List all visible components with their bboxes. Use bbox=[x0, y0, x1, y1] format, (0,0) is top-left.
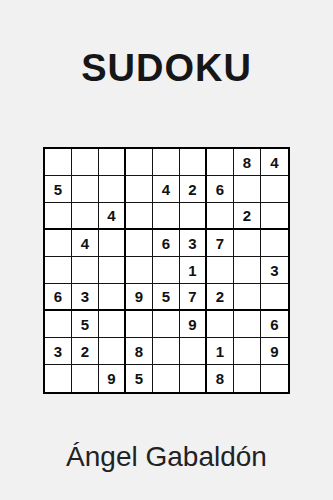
sudoku-cell-r9c8 bbox=[234, 365, 261, 392]
sudoku-cell-r4c6: 3 bbox=[180, 230, 207, 257]
sudoku-cell-r4c8 bbox=[234, 230, 261, 257]
sudoku-cell-r4c5: 6 bbox=[153, 230, 180, 257]
sudoku-cell-r8c3 bbox=[99, 338, 126, 365]
board-container: 8454264246371363957259632819958 bbox=[0, 147, 333, 394]
sudoku-cell-r8c8 bbox=[234, 338, 261, 365]
sudoku-cell-r5c8 bbox=[234, 257, 261, 284]
sudoku-cell-r8c7: 1 bbox=[207, 338, 234, 365]
sudoku-cell-r7c8 bbox=[234, 311, 261, 338]
sudoku-cell-r3c3: 4 bbox=[99, 203, 126, 230]
sudoku-cell-r2c6: 2 bbox=[180, 176, 207, 203]
sudoku-cell-r6c7: 2 bbox=[207, 284, 234, 311]
sudoku-cell-r9c2 bbox=[72, 365, 99, 392]
sudoku-cell-r7c9: 6 bbox=[261, 311, 288, 338]
sudoku-cell-r5c5 bbox=[153, 257, 180, 284]
sudoku-cell-r9c5 bbox=[153, 365, 180, 392]
sudoku-cell-r4c7: 7 bbox=[207, 230, 234, 257]
sudoku-cell-r9c9 bbox=[261, 365, 288, 392]
sudoku-cell-r9c7: 8 bbox=[207, 365, 234, 392]
sudoku-cell-r2c1: 5 bbox=[45, 176, 72, 203]
sudoku-cell-r5c1 bbox=[45, 257, 72, 284]
sudoku-cell-r2c3 bbox=[99, 176, 126, 203]
sudoku-cell-r2c4 bbox=[126, 176, 153, 203]
sudoku-cell-r6c3 bbox=[99, 284, 126, 311]
sudoku-cell-r3c7 bbox=[207, 203, 234, 230]
sudoku-cell-r7c4 bbox=[126, 311, 153, 338]
sudoku-cell-r9c3: 9 bbox=[99, 365, 126, 392]
sudoku-cell-r3c8: 2 bbox=[234, 203, 261, 230]
sudoku-cell-r5c7 bbox=[207, 257, 234, 284]
sudoku-cell-r4c2: 4 bbox=[72, 230, 99, 257]
sudoku-cell-r9c6 bbox=[180, 365, 207, 392]
sudoku-cell-r1c9: 4 bbox=[261, 149, 288, 176]
sudoku-cell-r6c2: 3 bbox=[72, 284, 99, 311]
sudoku-cell-r2c7: 6 bbox=[207, 176, 234, 203]
sudoku-cell-r1c7 bbox=[207, 149, 234, 176]
sudoku-cell-r3c4 bbox=[126, 203, 153, 230]
sudoku-cell-r6c9 bbox=[261, 284, 288, 311]
sudoku-cell-r9c4: 5 bbox=[126, 365, 153, 392]
sudoku-cell-r7c5 bbox=[153, 311, 180, 338]
sudoku-cell-r9c1 bbox=[45, 365, 72, 392]
sudoku-cell-r8c9: 9 bbox=[261, 338, 288, 365]
sudoku-board: 8454264246371363957259632819958 bbox=[43, 147, 290, 394]
sudoku-cell-r6c4: 9 bbox=[126, 284, 153, 311]
sudoku-cell-r8c1: 3 bbox=[45, 338, 72, 365]
sudoku-cell-r1c5 bbox=[153, 149, 180, 176]
sudoku-cell-r8c5 bbox=[153, 338, 180, 365]
sudoku-cell-r7c6: 9 bbox=[180, 311, 207, 338]
sudoku-cell-r2c9 bbox=[261, 176, 288, 203]
sudoku-cell-r4c3 bbox=[99, 230, 126, 257]
sudoku-cell-r3c5 bbox=[153, 203, 180, 230]
sudoku-cell-r7c2: 5 bbox=[72, 311, 99, 338]
sudoku-cell-r3c1 bbox=[45, 203, 72, 230]
sudoku-cell-r2c8 bbox=[234, 176, 261, 203]
sudoku-cell-r1c1 bbox=[45, 149, 72, 176]
sudoku-cell-r1c6 bbox=[180, 149, 207, 176]
sudoku-cell-r6c8 bbox=[234, 284, 261, 311]
sudoku-cell-r5c6: 1 bbox=[180, 257, 207, 284]
sudoku-cell-r3c9 bbox=[261, 203, 288, 230]
sudoku-cell-r2c5: 4 bbox=[153, 176, 180, 203]
sudoku-cell-r3c2 bbox=[72, 203, 99, 230]
sudoku-cell-r8c4: 8 bbox=[126, 338, 153, 365]
sudoku-cell-r7c1 bbox=[45, 311, 72, 338]
book-cover: SUDOKU 8454264246371363957259632819958 Á… bbox=[0, 0, 333, 500]
sudoku-cell-r3c6 bbox=[180, 203, 207, 230]
sudoku-cell-r5c3 bbox=[99, 257, 126, 284]
sudoku-cell-r1c3 bbox=[99, 149, 126, 176]
sudoku-cell-r8c6 bbox=[180, 338, 207, 365]
sudoku-cell-r5c2 bbox=[72, 257, 99, 284]
sudoku-cell-r4c9 bbox=[261, 230, 288, 257]
sudoku-cell-r6c6: 7 bbox=[180, 284, 207, 311]
author-name: Ángel Gabaldón bbox=[0, 394, 333, 473]
sudoku-cell-r7c7 bbox=[207, 311, 234, 338]
sudoku-cell-r1c4 bbox=[126, 149, 153, 176]
sudoku-cell-r7c3 bbox=[99, 311, 126, 338]
sudoku-cell-r6c1: 6 bbox=[45, 284, 72, 311]
sudoku-cell-r2c2 bbox=[72, 176, 99, 203]
sudoku-cell-r5c9: 3 bbox=[261, 257, 288, 284]
sudoku-cell-r1c8: 8 bbox=[234, 149, 261, 176]
sudoku-cell-r8c2: 2 bbox=[72, 338, 99, 365]
sudoku-cell-r4c1 bbox=[45, 230, 72, 257]
sudoku-cell-r1c2 bbox=[72, 149, 99, 176]
sudoku-cell-r4c4 bbox=[126, 230, 153, 257]
sudoku-cell-r6c5: 5 bbox=[153, 284, 180, 311]
book-title: SUDOKU bbox=[0, 0, 333, 90]
sudoku-cell-r5c4 bbox=[126, 257, 153, 284]
